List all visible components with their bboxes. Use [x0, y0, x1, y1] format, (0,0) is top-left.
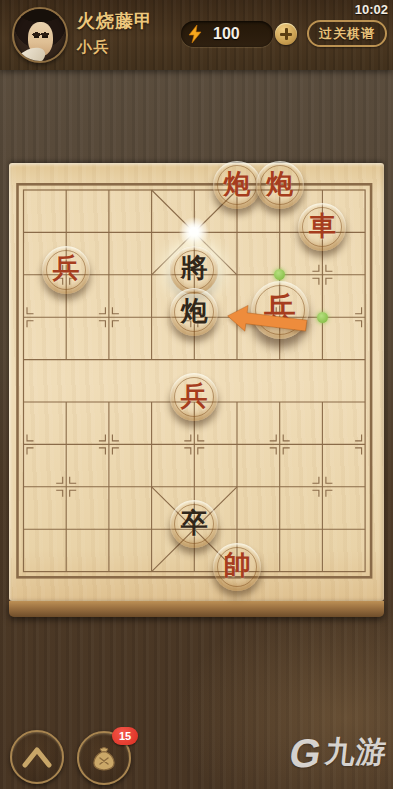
top-bar: 火烧藤甲 小兵 100 过关棋谱 10:02: [0, 0, 393, 70]
player-rank: 小兵: [77, 38, 153, 55]
lightning-icon: [184, 23, 206, 45]
clock: 10:02: [355, 2, 388, 17]
energy-pill: 100: [181, 21, 273, 47]
energy-value: 100: [213, 25, 240, 43]
watermark-text: 九游: [323, 732, 389, 773]
money-bag-icon: [88, 742, 120, 774]
piece-character: 帥: [224, 552, 251, 579]
records-button[interactable]: 过关棋谱: [307, 20, 387, 47]
expand-button[interactable]: [10, 730, 64, 784]
xiangqi-board[interactable]: 炮炮車兵將炮兵兵卒帥: [9, 163, 384, 601]
chevron-up-icon: [25, 750, 49, 765]
watermark-logo-icon: G: [286, 733, 324, 773]
player-info: 火烧藤甲 小兵: [77, 11, 153, 55]
piece-character: 兵: [181, 383, 208, 410]
piece-character: 卒: [181, 510, 208, 537]
watermark: G 九游: [290, 732, 387, 773]
bag-badge: 15: [112, 727, 138, 745]
game-screen: 火烧藤甲 小兵 100 过关棋谱 10:02 炮炮車兵將炮兵兵卒帥 15 G 九…: [0, 0, 393, 789]
bag-button[interactable]: 15: [77, 731, 131, 785]
add-energy-button[interactable]: [275, 23, 297, 45]
avatar[interactable]: [12, 7, 68, 63]
stage-title: 火烧藤甲: [77, 11, 153, 32]
piece-red-兵[interactable]: 兵: [170, 373, 218, 421]
piece-red-帥[interactable]: 帥: [213, 543, 261, 591]
